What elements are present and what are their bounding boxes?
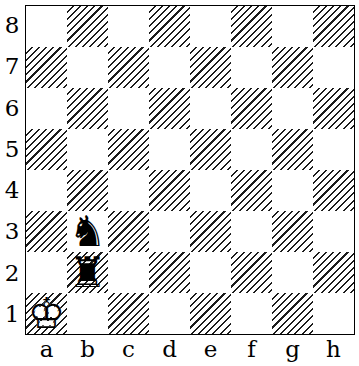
square-a3[interactable] [26,211,67,252]
square-e4[interactable] [190,170,231,211]
square-b1[interactable] [67,293,108,334]
square-h7[interactable] [313,47,354,88]
square-d7[interactable] [149,47,190,88]
square-e1[interactable] [190,293,231,334]
file-label-e: e [190,334,231,364]
square-a8[interactable] [26,6,67,47]
square-g1[interactable] [272,293,313,334]
square-h2[interactable] [313,252,354,293]
black-rook-glyph: ♜ [67,252,108,293]
rank-labels: 87654321 [0,5,24,335]
square-c8[interactable] [108,6,149,47]
square-d8[interactable] [149,6,190,47]
file-label-a: a [26,334,67,364]
square-a2[interactable] [26,252,67,293]
square-d4[interactable] [149,170,190,211]
square-e7[interactable] [190,47,231,88]
rank-label-4: 4 [0,170,24,211]
square-b3[interactable]: ♞ [67,211,108,252]
square-c5[interactable] [108,129,149,170]
square-b2[interactable]: ♜ [67,252,108,293]
white-king-glyph: ♔ [26,293,67,334]
square-e6[interactable] [190,88,231,129]
file-label-c: c [108,334,149,364]
square-f8[interactable] [231,6,272,47]
square-h4[interactable] [313,170,354,211]
square-b6[interactable] [67,88,108,129]
square-d1[interactable] [149,293,190,334]
square-c6[interactable] [108,88,149,129]
file-label-f: f [231,334,272,364]
chess-diagram: 87654321 ♞♜♚♔ abcdefgh [0,0,359,366]
file-label-b: b [67,334,108,364]
square-b4[interactable] [67,170,108,211]
square-g8[interactable] [272,6,313,47]
square-c7[interactable] [108,47,149,88]
square-h5[interactable] [313,129,354,170]
square-d2[interactable] [149,252,190,293]
square-h6[interactable] [313,88,354,129]
rank-label-8: 8 [0,5,24,46]
square-e8[interactable] [190,6,231,47]
square-g4[interactable] [272,170,313,211]
rank-label-1: 1 [0,294,24,335]
square-c3[interactable] [108,211,149,252]
square-d6[interactable] [149,88,190,129]
square-a1[interactable]: ♚♔ [26,293,67,334]
black-knight-piece[interactable]: ♞ [67,211,108,252]
file-label-h: h [313,334,354,364]
square-f7[interactable] [231,47,272,88]
black-rook-piece[interactable]: ♜ [67,252,108,293]
file-labels: abcdefgh [26,334,354,364]
square-f3[interactable] [231,211,272,252]
chess-board: ♞♜♚♔ [25,5,355,335]
square-e5[interactable] [190,129,231,170]
white-king-piece[interactable]: ♚♔ [26,293,67,334]
square-g7[interactable] [272,47,313,88]
rank-label-5: 5 [0,129,24,170]
square-h3[interactable] [313,211,354,252]
square-c2[interactable] [108,252,149,293]
square-b7[interactable] [67,47,108,88]
square-d3[interactable] [149,211,190,252]
file-label-d: d [149,334,190,364]
rank-label-3: 3 [0,211,24,252]
square-f1[interactable] [231,293,272,334]
square-a4[interactable] [26,170,67,211]
square-d5[interactable] [149,129,190,170]
square-f5[interactable] [231,129,272,170]
rank-label-2: 2 [0,253,24,294]
square-f4[interactable] [231,170,272,211]
square-h1[interactable] [313,293,354,334]
square-a7[interactable] [26,47,67,88]
rank-label-7: 7 [0,46,24,87]
square-f6[interactable] [231,88,272,129]
square-c1[interactable] [108,293,149,334]
square-g3[interactable] [272,211,313,252]
square-a6[interactable] [26,88,67,129]
square-b5[interactable] [67,129,108,170]
rank-label-6: 6 [0,88,24,129]
square-h8[interactable] [313,6,354,47]
square-g2[interactable] [272,252,313,293]
square-b8[interactable] [67,6,108,47]
square-a5[interactable] [26,129,67,170]
square-f2[interactable] [231,252,272,293]
square-c4[interactable] [108,170,149,211]
square-g6[interactable] [272,88,313,129]
square-g5[interactable] [272,129,313,170]
square-e2[interactable] [190,252,231,293]
file-label-g: g [272,334,313,364]
square-e3[interactable] [190,211,231,252]
black-knight-glyph: ♞ [67,211,108,252]
